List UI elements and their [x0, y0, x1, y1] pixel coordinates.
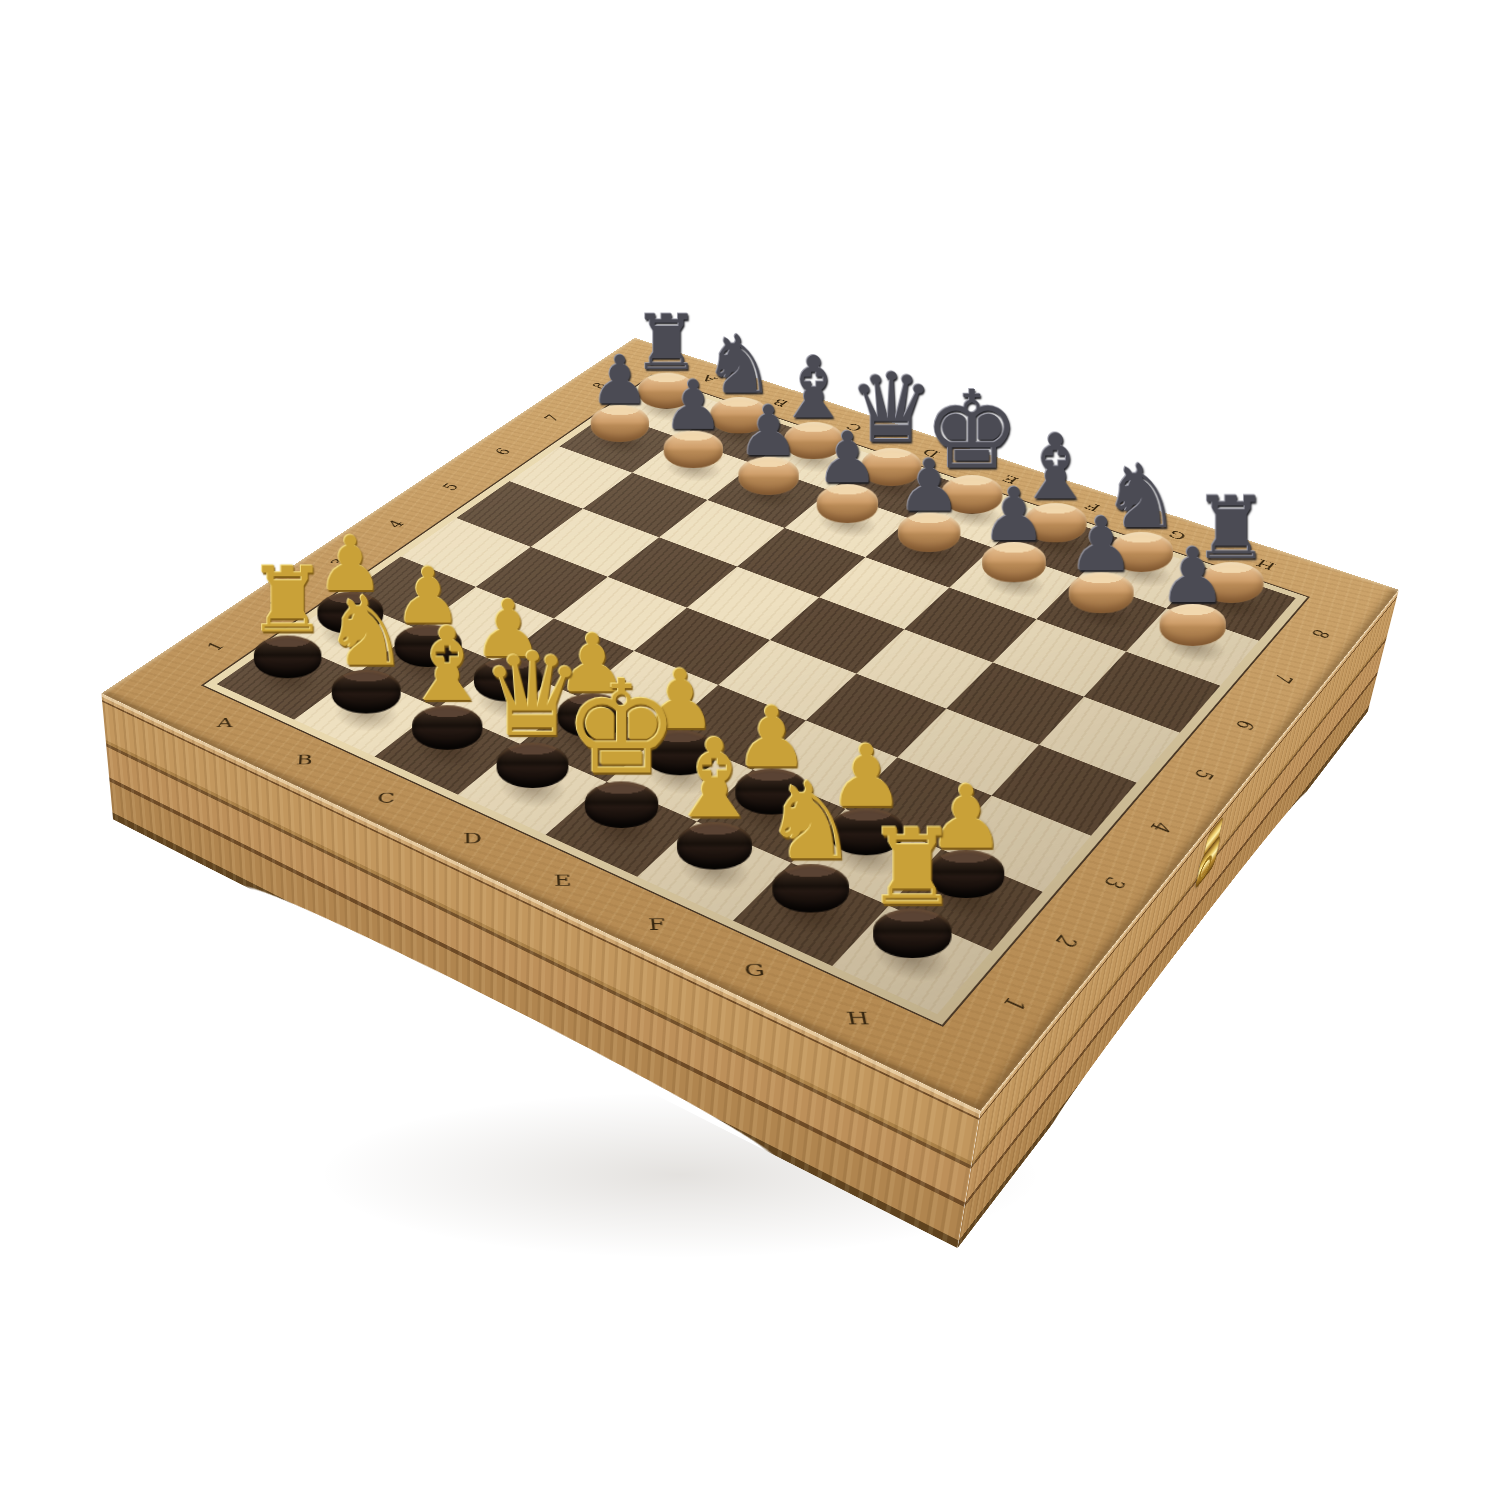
rank-label-7-right: 7: [1270, 671, 1296, 685]
rank-label-8-right: 8: [1307, 627, 1332, 640]
file-label-g-near: G: [744, 962, 767, 979]
file-label-d-near: D: [463, 831, 482, 846]
white-rook-icon: ♜: [865, 816, 959, 921]
rank-label-6-right: 6: [1231, 718, 1258, 732]
product-photo: AA11BB22CC33DD44EE55FF66GG77HH88♜♞♝♛♚♝♞♜…: [0, 0, 1500, 1500]
rank-label-4-right: 4: [1146, 819, 1174, 835]
file-label-f-near: F: [647, 917, 666, 933]
rank-label-3-right: 3: [1099, 874, 1128, 891]
rank-label-2-right: 2: [1050, 932, 1080, 950]
rank-label-5-right: 5: [1190, 767, 1217, 782]
scene: AA11BB22CC33DD44EE55FF66GG77HH88♜♞♝♛♚♝♞♜…: [0, 0, 1500, 1500]
chess-box: AA11BB22CC33DD44EE55FF66GG77HH88♜♞♝♛♚♝♞♜…: [101, 338, 1398, 1111]
clasp-ring: [1197, 850, 1214, 886]
black-pawn-icon: ♟: [1159, 538, 1227, 614]
piece-base: [873, 909, 951, 959]
rank-label-1-right: 1: [998, 994, 1029, 1013]
file-label-a-near: A: [216, 717, 233, 730]
file-label-e-near: E: [553, 873, 572, 888]
piece-base: [1160, 604, 1226, 646]
file-label-b-near: B: [295, 753, 313, 766]
piece-figure: ♜: [829, 703, 995, 959]
file-label-h-near: H: [845, 1010, 871, 1028]
piece-figure: ♟: [1123, 430, 1263, 646]
board-top: AA11BB22CC33DD44EE55FF66GG77HH88♜♞♝♛♚♝♞♜…: [101, 338, 1398, 1111]
clasp-keep: [1194, 833, 1221, 891]
file-label-c-near: C: [377, 792, 395, 806]
